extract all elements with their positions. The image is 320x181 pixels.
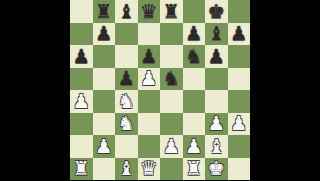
square-h5[interactable] — [228, 68, 251, 91]
square-d3[interactable] — [138, 113, 161, 136]
square-b6[interactable] — [93, 45, 116, 68]
square-a3[interactable] — [70, 113, 93, 136]
piece-white-pawn[interactable]: ♟ — [228, 113, 251, 136]
square-c5[interactable]: ♟ — [115, 68, 138, 91]
square-e1[interactable] — [160, 158, 183, 181]
square-e5[interactable]: ♞ — [160, 68, 183, 91]
piece-black-king[interactable]: ♚ — [205, 0, 228, 23]
square-d4[interactable] — [138, 90, 161, 113]
square-f2[interactable]: ♟ — [183, 135, 206, 158]
piece-white-rook[interactable]: ♜ — [183, 158, 206, 181]
square-b1[interactable] — [93, 158, 116, 181]
piece-black-rook[interactable]: ♜ — [93, 0, 116, 23]
square-g8[interactable]: ♚ — [205, 0, 228, 23]
square-b5[interactable] — [93, 68, 116, 91]
piece-white-pawn[interactable]: ♟ — [205, 113, 228, 136]
square-b4[interactable] — [93, 90, 116, 113]
square-f4[interactable] — [183, 90, 206, 113]
piece-black-pawn[interactable]: ♟ — [205, 45, 228, 68]
square-c7[interactable] — [115, 23, 138, 46]
square-a7[interactable] — [70, 23, 93, 46]
square-d8[interactable]: ♛ — [138, 0, 161, 23]
square-a2[interactable] — [70, 135, 93, 158]
piece-white-knight[interactable]: ♞ — [115, 113, 138, 136]
piece-white-bishop[interactable]: ♝ — [205, 135, 228, 158]
square-a5[interactable] — [70, 68, 93, 91]
square-f6[interactable]: ♞ — [183, 45, 206, 68]
square-a8[interactable] — [70, 0, 93, 23]
piece-black-knight[interactable]: ♞ — [183, 45, 206, 68]
square-e3[interactable] — [160, 113, 183, 136]
piece-black-bishop[interactable]: ♝ — [115, 0, 138, 23]
square-g2[interactable]: ♝ — [205, 135, 228, 158]
square-c8[interactable]: ♝ — [115, 0, 138, 23]
square-g7[interactable]: ♝ — [205, 23, 228, 46]
piece-black-pawn[interactable]: ♟ — [138, 45, 161, 68]
square-e4[interactable] — [160, 90, 183, 113]
piece-black-queen[interactable]: ♛ — [138, 0, 161, 23]
square-c3[interactable]: ♞ — [115, 113, 138, 136]
piece-white-knight[interactable]: ♞ — [115, 90, 138, 113]
piece-black-pawn[interactable]: ♟ — [228, 23, 251, 46]
piece-white-pawn[interactable]: ♟ — [160, 135, 183, 158]
square-c2[interactable] — [115, 135, 138, 158]
piece-black-pawn[interactable]: ♟ — [70, 45, 93, 68]
square-e6[interactable] — [160, 45, 183, 68]
piece-black-pawn[interactable]: ♟ — [115, 68, 138, 91]
square-f8[interactable] — [183, 0, 206, 23]
square-h2[interactable] — [228, 135, 251, 158]
square-f1[interactable]: ♜ — [183, 158, 206, 181]
square-d2[interactable] — [138, 135, 161, 158]
chess-board: ♜♝♛♜♚♟♟♝♟♟♟♞♟♟♟♞♟♞♞♟♟♟♟♟♝♜♝♛♜♚ — [70, 0, 250, 180]
square-d1[interactable]: ♛ — [138, 158, 161, 181]
square-a4[interactable]: ♟ — [70, 90, 93, 113]
square-c6[interactable] — [115, 45, 138, 68]
square-f3[interactable] — [183, 113, 206, 136]
piece-black-pawn[interactable]: ♟ — [93, 23, 116, 46]
square-e7[interactable] — [160, 23, 183, 46]
square-g3[interactable]: ♟ — [205, 113, 228, 136]
square-d5[interactable]: ♟ — [138, 68, 161, 91]
piece-white-pawn[interactable]: ♟ — [93, 135, 116, 158]
square-g4[interactable] — [205, 90, 228, 113]
square-e8[interactable]: ♜ — [160, 0, 183, 23]
square-f5[interactable] — [183, 68, 206, 91]
square-b7[interactable]: ♟ — [93, 23, 116, 46]
square-b8[interactable]: ♜ — [93, 0, 116, 23]
square-h3[interactable]: ♟ — [228, 113, 251, 136]
square-d6[interactable]: ♟ — [138, 45, 161, 68]
square-g5[interactable] — [205, 68, 228, 91]
app-background: ♜♝♛♜♚♟♟♝♟♟♟♞♟♟♟♞♟♞♞♟♟♟♟♟♝♜♝♛♜♚ — [0, 0, 320, 180]
square-f7[interactable]: ♟ — [183, 23, 206, 46]
square-h4[interactable] — [228, 90, 251, 113]
piece-white-pawn[interactable]: ♟ — [70, 90, 93, 113]
piece-white-pawn[interactable]: ♟ — [138, 68, 161, 91]
piece-black-pawn[interactable]: ♟ — [183, 23, 206, 46]
piece-white-queen[interactable]: ♛ — [138, 158, 161, 181]
square-h8[interactable] — [228, 0, 251, 23]
square-h6[interactable] — [228, 45, 251, 68]
piece-black-bishop[interactable]: ♝ — [205, 23, 228, 46]
square-g6[interactable]: ♟ — [205, 45, 228, 68]
piece-white-pawn[interactable]: ♟ — [183, 135, 206, 158]
square-b2[interactable]: ♟ — [93, 135, 116, 158]
square-h1[interactable] — [228, 158, 251, 181]
piece-black-rook[interactable]: ♜ — [160, 0, 183, 23]
piece-white-rook[interactable]: ♜ — [70, 158, 93, 181]
square-b3[interactable] — [93, 113, 116, 136]
piece-black-knight[interactable]: ♞ — [160, 68, 183, 91]
piece-white-bishop[interactable]: ♝ — [115, 158, 138, 181]
square-e2[interactable]: ♟ — [160, 135, 183, 158]
square-c4[interactable]: ♞ — [115, 90, 138, 113]
square-a6[interactable]: ♟ — [70, 45, 93, 68]
piece-white-king[interactable]: ♚ — [205, 158, 228, 181]
square-a1[interactable]: ♜ — [70, 158, 93, 181]
square-c1[interactable]: ♝ — [115, 158, 138, 181]
square-d7[interactable] — [138, 23, 161, 46]
square-h7[interactable]: ♟ — [228, 23, 251, 46]
square-g1[interactable]: ♚ — [205, 158, 228, 181]
